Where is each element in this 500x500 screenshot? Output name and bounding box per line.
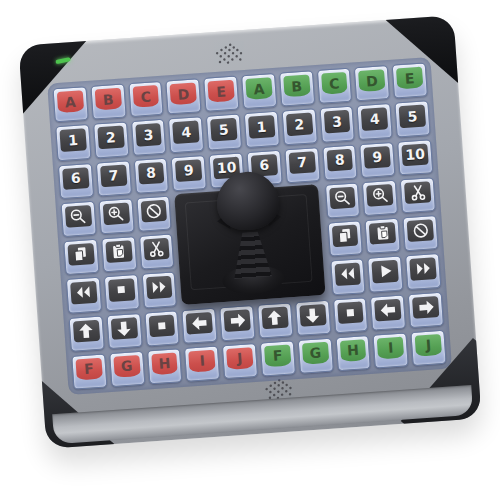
- keycap-face: [108, 278, 135, 301]
- keycap-face: 3: [323, 110, 350, 133]
- key-3-r2c8[interactable]: 3: [319, 106, 355, 143]
- keycap-face: [372, 260, 399, 283]
- paste-icon: [109, 242, 129, 262]
- key-label: 5: [219, 122, 230, 137]
- key-label: 1: [68, 133, 79, 148]
- keycap-face: [73, 319, 100, 342]
- key-arrow-down-r7c7[interactable]: [295, 299, 331, 336]
- key-arrow-right-r7c5[interactable]: [219, 304, 255, 341]
- key-copy-r5c8[interactable]: [327, 220, 363, 257]
- key-stop-r7c3[interactable]: [144, 310, 180, 347]
- key-label: 2: [294, 117, 305, 132]
- key-label: A: [253, 81, 265, 96]
- key-label: F: [84, 362, 95, 377]
- joystick-knob[interactable]: [210, 170, 290, 297]
- zoom-out-icon: [332, 188, 352, 208]
- key-7-r3c2[interactable]: 7: [96, 160, 132, 197]
- keycap-face: F: [264, 344, 291, 367]
- key-zoom-in-r4c9[interactable]: [362, 179, 398, 216]
- keycap-face: [143, 238, 170, 261]
- rewind-icon: [338, 264, 358, 284]
- keycap-face: 1: [59, 128, 86, 151]
- keycap-face: [102, 202, 129, 225]
- key-arrow-up-r7c1[interactable]: [69, 315, 105, 352]
- stop-icon: [111, 280, 131, 300]
- keycap-face: [337, 301, 364, 324]
- paste-icon: [373, 223, 393, 243]
- keycap-face: [65, 205, 92, 228]
- keycap-face: [105, 240, 132, 263]
- key-label: H: [347, 343, 360, 358]
- key-label: 9: [372, 150, 383, 165]
- keycap-face: [329, 186, 356, 209]
- arrow-down-icon: [302, 305, 322, 325]
- keycap-face: E: [208, 80, 235, 103]
- key-h-r8c8[interactable]: H: [335, 335, 371, 372]
- key-label: C: [329, 76, 340, 91]
- key-label: 9: [183, 163, 194, 178]
- keycap-face: G: [113, 355, 140, 378]
- key-label: H: [158, 356, 171, 371]
- key-b-r1c2[interactable]: B: [90, 83, 126, 120]
- key-arrow-down-r7c2[interactable]: [106, 312, 142, 349]
- key-i-r8c9[interactable]: I: [373, 332, 409, 369]
- key-c-r1c3[interactable]: C: [128, 81, 164, 118]
- keycap-face: D: [358, 69, 385, 92]
- keycap-face: I: [189, 350, 216, 373]
- keycap-face: [70, 281, 97, 304]
- key-label: E: [404, 71, 415, 86]
- key-label: 3: [332, 114, 343, 129]
- key-label: G: [121, 359, 133, 374]
- key-g-r8c7[interactable]: G: [297, 337, 333, 374]
- key-label: B: [102, 92, 114, 107]
- play-icon: [375, 261, 395, 281]
- key-label: J: [425, 338, 431, 352]
- key-e-r1c5[interactable]: E: [203, 76, 239, 113]
- key-9-r3c4[interactable]: 9: [171, 154, 207, 191]
- keycap-face: [331, 225, 358, 248]
- key-paste-r5c2[interactable]: [101, 236, 137, 273]
- keycap-face: [412, 296, 439, 319]
- keycap-face: B: [283, 75, 310, 98]
- key-cut-r5c3[interactable]: [139, 233, 175, 270]
- key-rewind-r6c1[interactable]: [66, 277, 102, 314]
- key-3-r2c3[interactable]: 3: [131, 119, 167, 156]
- keycap-face: 10: [401, 143, 428, 166]
- key-6-r3c1[interactable]: 6: [58, 162, 94, 199]
- key-fast-forward-r6c10[interactable]: [405, 253, 441, 290]
- key-d-r1c9[interactable]: D: [354, 65, 390, 102]
- key-a-r1c6[interactable]: A: [241, 73, 277, 110]
- keycap-face: [299, 303, 326, 326]
- keycap-face: [146, 276, 173, 299]
- joystick-shaft: [231, 231, 272, 280]
- arrow-up-icon: [265, 307, 285, 327]
- key-label: F: [272, 348, 283, 363]
- keycap-face: 5: [210, 118, 237, 141]
- key-no-r5c10[interactable]: [403, 215, 439, 252]
- key-1-r2c6[interactable]: 1: [244, 111, 280, 148]
- arrow-up-icon: [76, 321, 96, 341]
- logo-dots-top: [211, 40, 247, 68]
- rewind-icon: [74, 282, 94, 302]
- keycap-face: A: [245, 77, 272, 100]
- keycap-face: [366, 184, 393, 207]
- fast-forward-icon: [413, 259, 433, 279]
- key-9-r3c9[interactable]: 9: [359, 141, 395, 178]
- keycap-face: 6: [62, 167, 89, 190]
- key-j-r8c5[interactable]: J: [222, 343, 258, 380]
- joystick[interactable]: [174, 185, 329, 306]
- key-label: 2: [105, 130, 116, 145]
- keycap-face: 3: [135, 123, 162, 146]
- key-d-r1c4[interactable]: D: [166, 78, 202, 115]
- key-f-r8c1[interactable]: F: [71, 353, 107, 390]
- key-10-r3c10[interactable]: 10: [397, 139, 433, 176]
- key-copy-r5c1[interactable]: [63, 239, 99, 276]
- key-1-r2c1[interactable]: 1: [55, 124, 91, 161]
- key-zoom-out-r4c8[interactable]: [324, 182, 360, 219]
- keycap-face: [369, 222, 396, 245]
- keycap-face: I: [377, 336, 404, 359]
- keycap-face: [148, 314, 175, 337]
- keycap-face: H: [339, 339, 366, 362]
- key-label: E: [216, 84, 227, 99]
- key-cut-r4c10[interactable]: [400, 177, 436, 214]
- key-label: 8: [334, 152, 345, 167]
- product-photo: ABCDEABCDE1234512345678910678910FGHIJFGH…: [0, 0, 500, 500]
- keycap-face: F: [75, 357, 102, 380]
- arrow-down-icon: [114, 318, 134, 338]
- keycap-face: J: [415, 334, 442, 357]
- key-8-r3c8[interactable]: 8: [322, 144, 358, 181]
- key-stop-r6c2[interactable]: [104, 274, 140, 311]
- keycap-face: [404, 181, 431, 204]
- key-7-r3c7[interactable]: 7: [284, 147, 320, 184]
- keycap-face: 9: [175, 159, 202, 182]
- key-8-r3c3[interactable]: 8: [133, 157, 169, 194]
- key-fast-forward-r6c3[interactable]: [141, 272, 177, 309]
- key-label: A: [64, 94, 76, 109]
- key-label: 1: [256, 119, 267, 134]
- keypad-device: ABCDEABCDE1234512345678910678910FGHIJFGH…: [18, 15, 481, 448]
- key-5-r2c5[interactable]: 5: [206, 114, 242, 151]
- key-label: D: [366, 73, 379, 88]
- cut-icon: [146, 239, 166, 259]
- keycap-face: G: [302, 342, 329, 365]
- keycap-face: [186, 311, 213, 334]
- key-grid: ABCDEABCDE1234512345678910678910FGHIJFGH…: [47, 57, 452, 395]
- keycap-face: 7: [288, 151, 315, 174]
- zoom-in-icon: [106, 204, 126, 224]
- key-label: 8: [146, 166, 157, 181]
- key-f-r8c6[interactable]: F: [260, 340, 296, 377]
- key-2-r2c7[interactable]: 2: [281, 108, 317, 145]
- key-label: 3: [143, 127, 154, 142]
- zoom-in-icon: [370, 185, 390, 205]
- keycap-face: C: [321, 72, 348, 95]
- key-g-r8c2[interactable]: G: [109, 351, 145, 388]
- key-label: 4: [369, 112, 380, 127]
- keycap-face: 5: [399, 105, 426, 128]
- key-zoom-out-r4c1[interactable]: [61, 201, 97, 238]
- keycap-face: 8: [138, 161, 165, 184]
- arrow-right-icon: [416, 297, 436, 317]
- key-label: D: [177, 87, 190, 102]
- keycap-face: [407, 219, 434, 242]
- fast-forward-icon: [149, 277, 169, 297]
- stop-icon: [152, 315, 172, 335]
- key-5-r2c10[interactable]: 5: [395, 100, 431, 137]
- key-c-r1c8[interactable]: C: [316, 68, 352, 105]
- keycap-face: [110, 317, 137, 340]
- key-rewind-r6c8[interactable]: [330, 258, 366, 295]
- key-2-r2c2[interactable]: 2: [93, 122, 129, 159]
- keycap-face: [67, 243, 94, 266]
- key-b-r1c7[interactable]: B: [279, 70, 315, 107]
- keycap-face: C: [132, 85, 159, 108]
- keycap-face: [261, 306, 288, 329]
- keycap-face: [140, 200, 167, 223]
- key-i-r8c4[interactable]: I: [184, 345, 220, 382]
- keycap-face: B: [94, 88, 121, 111]
- keycap-face: [374, 298, 401, 321]
- keycap-face: [334, 263, 361, 286]
- keycap-face: H: [151, 352, 178, 375]
- key-label: C: [140, 89, 151, 104]
- key-label: 7: [108, 168, 119, 183]
- key-paste-r5c9[interactable]: [365, 218, 401, 255]
- key-label: B: [291, 79, 303, 94]
- key-arrow-left-r7c4[interactable]: [182, 307, 218, 344]
- key-e-r1c10[interactable]: E: [392, 62, 428, 99]
- key-no-r4c3[interactable]: [136, 195, 172, 232]
- key-a-r1c1[interactable]: A: [53, 86, 89, 123]
- arrow-left-icon: [378, 300, 398, 320]
- keycap-face: A: [57, 90, 84, 113]
- arrow-right-icon: [227, 310, 247, 330]
- keycap-face: 4: [361, 107, 388, 130]
- key-arrow-left-r7c9[interactable]: [370, 294, 406, 331]
- keycap-face: 4: [173, 121, 200, 144]
- no-icon: [410, 221, 430, 241]
- keycap-face: D: [170, 82, 197, 105]
- key-4-r2c9[interactable]: 4: [357, 103, 393, 140]
- key-stop-r7c8[interactable]: [332, 297, 368, 334]
- arrow-left-icon: [189, 313, 209, 333]
- keycap-face: [409, 257, 436, 280]
- key-label: 4: [181, 125, 192, 140]
- key-play-r6c9[interactable]: [367, 256, 403, 293]
- key-label: 6: [70, 171, 81, 186]
- keycap-face: E: [396, 67, 423, 90]
- key-j-r8c10[interactable]: J: [411, 329, 447, 366]
- keycap-face: 2: [286, 113, 313, 136]
- key-label: I: [199, 354, 205, 368]
- keycap-face: 8: [326, 148, 353, 171]
- key-label: I: [388, 341, 394, 355]
- key-arrow-right-r7c10[interactable]: [408, 291, 444, 328]
- keycap-face: 2: [97, 126, 124, 149]
- cut-icon: [408, 182, 428, 202]
- keycap-face: 1: [248, 115, 275, 138]
- key-label: G: [309, 346, 321, 361]
- zoom-out-icon: [68, 206, 88, 226]
- keycap-face: 7: [100, 164, 127, 187]
- key-label: 5: [407, 109, 418, 124]
- key-label: 10: [405, 147, 425, 162]
- key-arrow-up-r7c6[interactable]: [257, 302, 293, 339]
- no-icon: [144, 201, 164, 221]
- copy-icon: [335, 226, 355, 246]
- keycap-face: J: [226, 347, 253, 370]
- keycap-face: 9: [364, 146, 391, 169]
- key-zoom-in-r4c2[interactable]: [98, 198, 134, 235]
- key-label: 7: [297, 155, 308, 170]
- key-label: J: [237, 351, 243, 365]
- keycap-face: [224, 309, 251, 332]
- key-h-r8c3[interactable]: H: [147, 348, 183, 385]
- key-4-r2c4[interactable]: 4: [168, 116, 204, 153]
- copy-icon: [71, 244, 91, 264]
- stop-icon: [340, 302, 360, 322]
